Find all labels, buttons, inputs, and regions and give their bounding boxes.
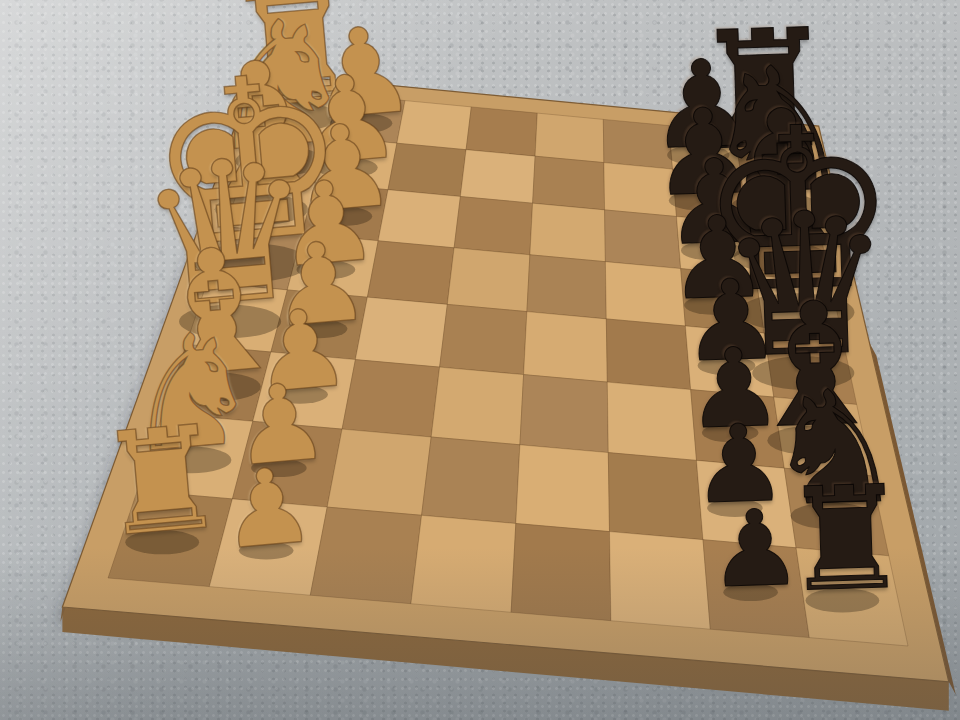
carpet-background: ♜♞♝♛♚♝♞♜♟♟♟♟♟♟♟♟♟♟♟♟♟♟♟♟♜♞♝♛♚♝♞♜: [0, 0, 960, 720]
piece-white-pawn-a2[interactable]: ♟: [216, 452, 319, 565]
piece-white-rook-a1[interactable]: ♜: [92, 405, 231, 558]
pieces-layer: ♜♞♝♛♚♝♞♜♟♟♟♟♟♟♟♟♟♟♟♟♟♟♟♟♜♞♝♛♚♝♞♜: [0, 0, 960, 720]
piece-black-pawn-a7[interactable]: ♟: [706, 496, 803, 604]
